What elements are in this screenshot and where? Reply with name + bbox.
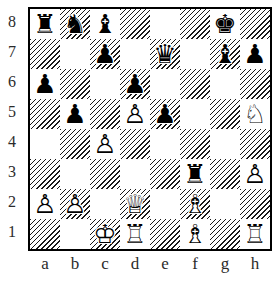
square-a8[interactable]: ♜♜	[30, 9, 60, 39]
square-b2[interactable]: ♟♙	[60, 189, 90, 219]
white-pawn: ♟♙	[90, 129, 120, 159]
piece-glyph: ♝	[93, 9, 116, 39]
square-f1[interactable]: ♝♗	[180, 219, 210, 249]
square-b4[interactable]	[60, 129, 90, 159]
rank-label-8: 8	[0, 7, 24, 37]
white-pawn: ♟♙	[60, 189, 90, 219]
square-c6[interactable]	[90, 69, 120, 99]
page-background: 87654321 ♜♜♞♞♝♝♚♚♟♟♛♛♝♝♟♟♟♟♟♟♟♟♟♙♟♟♞♘♟♙♜…	[0, 0, 279, 281]
square-d8[interactable]	[120, 9, 150, 39]
black-rook: ♜♜	[30, 9, 60, 39]
white-bishop: ♝♗	[180, 189, 210, 219]
square-a5[interactable]	[30, 99, 60, 129]
square-b8[interactable]: ♞♞	[60, 9, 90, 39]
piece-glyph: ♜	[33, 9, 56, 39]
square-e7[interactable]: ♛♛	[150, 39, 180, 69]
square-a1[interactable]	[30, 219, 60, 249]
square-h2[interactable]	[240, 189, 270, 219]
black-rook: ♜♜	[180, 159, 210, 189]
piece-glyph: ♘	[243, 99, 266, 129]
piece-glyph: ♟	[63, 99, 86, 129]
square-g4[interactable]	[210, 129, 240, 159]
square-e2[interactable]	[150, 189, 180, 219]
piece-glyph: ♔	[93, 219, 116, 249]
rank-label-7: 7	[0, 37, 24, 67]
piece-glyph: ♕	[123, 189, 146, 219]
piece-glyph: ♟	[243, 39, 266, 69]
square-e1[interactable]	[150, 219, 180, 249]
piece-glyph: ♖	[123, 219, 146, 249]
square-e3[interactable]	[150, 159, 180, 189]
square-c3[interactable]	[90, 159, 120, 189]
square-f7[interactable]	[180, 39, 210, 69]
square-d1[interactable]: ♜♖	[120, 219, 150, 249]
rank-label-2: 2	[0, 187, 24, 217]
piece-glyph: ♙	[243, 159, 266, 189]
white-knight: ♞♘	[240, 99, 270, 129]
piece-glyph: ♟	[93, 39, 116, 69]
chess-board: ♜♜♞♞♝♝♚♚♟♟♛♛♝♝♟♟♟♟♟♟♟♟♟♙♟♟♞♘♟♙♜♜♟♙♟♙♟♙♛♕…	[28, 7, 272, 251]
piece-glyph: ♚	[213, 9, 236, 39]
square-b5[interactable]: ♟♟	[60, 99, 90, 129]
square-c5[interactable]	[90, 99, 120, 129]
white-pawn: ♟♙	[240, 159, 270, 189]
piece-glyph: ♙	[63, 189, 86, 219]
file-label-d: d	[120, 252, 150, 276]
white-queen: ♛♕	[120, 189, 150, 219]
white-bishop: ♝♗	[180, 219, 210, 249]
square-a3[interactable]	[30, 159, 60, 189]
white-rook: ♜♖	[120, 219, 150, 249]
file-labels: abcdefgh	[30, 252, 270, 276]
white-king: ♚♔	[90, 219, 120, 249]
square-h7[interactable]: ♟♟	[240, 39, 270, 69]
piece-glyph: ♟	[33, 69, 56, 99]
square-c7[interactable]: ♟♟	[90, 39, 120, 69]
square-f4[interactable]	[180, 129, 210, 159]
file-label-f: f	[180, 252, 210, 276]
square-h4[interactable]	[240, 129, 270, 159]
file-label-h: h	[240, 252, 270, 276]
piece-glyph: ♜	[183, 159, 206, 189]
black-bishop: ♝♝	[210, 39, 240, 69]
white-rook: ♜♖	[240, 219, 270, 249]
square-g6[interactable]	[210, 69, 240, 99]
square-f3[interactable]: ♜♜	[180, 159, 210, 189]
square-b1[interactable]	[60, 219, 90, 249]
black-pawn: ♟♟	[90, 39, 120, 69]
file-label-e: e	[150, 252, 180, 276]
square-h6[interactable]	[240, 69, 270, 99]
square-c2[interactable]	[90, 189, 120, 219]
rank-label-3: 3	[0, 157, 24, 187]
square-f2[interactable]: ♝♗	[180, 189, 210, 219]
square-c4[interactable]: ♟♙	[90, 129, 120, 159]
rank-labels: 87654321	[0, 9, 24, 249]
file-label-a: a	[30, 252, 60, 276]
square-c8[interactable]: ♝♝	[90, 9, 120, 39]
square-g3[interactable]	[210, 159, 240, 189]
piece-glyph: ♛	[153, 39, 176, 69]
square-e6[interactable]	[150, 69, 180, 99]
black-knight: ♞♞	[60, 9, 90, 39]
square-f5[interactable]	[180, 99, 210, 129]
chess-board-grid: ♜♜♞♞♝♝♚♚♟♟♛♛♝♝♟♟♟♟♟♟♟♟♟♙♟♟♞♘♟♙♜♜♟♙♟♙♟♙♛♕…	[30, 9, 270, 249]
file-label-c: c	[90, 252, 120, 276]
square-g8[interactable]: ♚♚	[210, 9, 240, 39]
black-pawn: ♟♟	[30, 69, 60, 99]
square-h3[interactable]: ♟♙	[240, 159, 270, 189]
square-a2[interactable]: ♟♙	[30, 189, 60, 219]
rank-label-1: 1	[0, 217, 24, 247]
square-a4[interactable]	[30, 129, 60, 159]
black-pawn: ♟♟	[240, 39, 270, 69]
square-e5[interactable]: ♟♟	[150, 99, 180, 129]
square-d5[interactable]: ♟♙	[120, 99, 150, 129]
file-label-g: g	[210, 252, 240, 276]
square-f8[interactable]	[180, 9, 210, 39]
square-d2[interactable]: ♛♕	[120, 189, 150, 219]
piece-glyph: ♝	[213, 39, 236, 69]
piece-glyph: ♗	[183, 219, 206, 249]
black-queen: ♛♛	[150, 39, 180, 69]
white-pawn: ♟♙	[30, 189, 60, 219]
black-king: ♚♚	[210, 9, 240, 39]
square-g7[interactable]: ♝♝	[210, 39, 240, 69]
square-d3[interactable]	[120, 159, 150, 189]
square-h8[interactable]	[240, 9, 270, 39]
square-d7[interactable]	[120, 39, 150, 69]
rank-label-4: 4	[0, 127, 24, 157]
black-bishop: ♝♝	[90, 9, 120, 39]
rank-label-6: 6	[0, 67, 24, 97]
square-b3[interactable]	[60, 159, 90, 189]
square-g1[interactable]	[210, 219, 240, 249]
square-b6[interactable]	[60, 69, 90, 99]
square-e4[interactable]	[150, 129, 180, 159]
piece-glyph: ♖	[243, 219, 266, 249]
square-d4[interactable]	[120, 129, 150, 159]
piece-glyph: ♗	[183, 189, 206, 219]
square-a6[interactable]: ♟♟	[30, 69, 60, 99]
black-pawn: ♟♟	[60, 99, 90, 129]
piece-glyph: ♟	[153, 99, 176, 129]
square-h1[interactable]: ♜♖	[240, 219, 270, 249]
piece-glyph: ♟	[123, 69, 146, 99]
square-d6[interactable]: ♟♟	[120, 69, 150, 99]
black-pawn: ♟♟	[150, 99, 180, 129]
square-f6[interactable]	[180, 69, 210, 99]
black-pawn: ♟♟	[120, 69, 150, 99]
square-g5[interactable]	[210, 99, 240, 129]
square-b7[interactable]	[60, 39, 90, 69]
piece-glyph: ♙	[93, 129, 116, 159]
piece-glyph: ♙	[33, 189, 56, 219]
rank-label-5: 5	[0, 97, 24, 127]
square-e8[interactable]	[150, 9, 180, 39]
file-label-b: b	[60, 252, 90, 276]
piece-glyph: ♙	[123, 99, 146, 129]
square-h5[interactable]: ♞♘	[240, 99, 270, 129]
square-c1[interactable]: ♚♔	[90, 219, 120, 249]
white-pawn: ♟♙	[120, 99, 150, 129]
square-a7[interactable]	[30, 39, 60, 69]
square-g2[interactable]	[210, 189, 240, 219]
piece-glyph: ♞	[63, 9, 86, 39]
